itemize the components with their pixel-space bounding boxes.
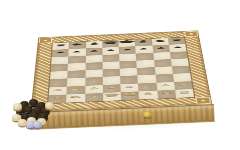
chess-set-photo: ♜♞♝♛♚♝♞♜♟♟♟♟♟♟♟♟♟♟♟♟♟♟♟♟♜♞♝♛♚♝♞♜ [0,0,240,150]
checkers-pile [0,0,240,150]
checker-chip-light [13,103,22,110]
page: { "description": "Carved wooden folding … [0,0,240,150]
checker-chip-dark [24,106,33,113]
checker-chip-blue [33,121,42,128]
checker-chip-light [45,102,54,109]
